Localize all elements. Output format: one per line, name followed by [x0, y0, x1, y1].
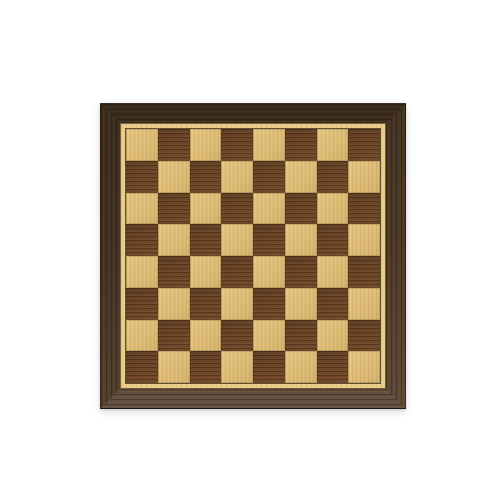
square-b7[interactable] [158, 161, 190, 193]
square-d3[interactable] [221, 288, 253, 320]
square-b6[interactable] [158, 193, 190, 225]
square-e3[interactable] [253, 288, 285, 320]
square-g3[interactable] [317, 288, 349, 320]
square-a2[interactable] [126, 320, 158, 352]
square-h5[interactable] [348, 224, 380, 256]
square-d2[interactable] [221, 320, 253, 352]
square-g2[interactable] [317, 320, 349, 352]
square-g4[interactable] [317, 256, 349, 288]
square-h2[interactable] [348, 320, 380, 352]
square-d5[interactable] [221, 224, 253, 256]
square-e4[interactable] [253, 256, 285, 288]
square-e5[interactable] [253, 224, 285, 256]
square-d4[interactable] [221, 256, 253, 288]
square-d8[interactable] [221, 129, 253, 161]
square-e6[interactable] [253, 193, 285, 225]
square-f8[interactable] [285, 129, 317, 161]
square-b8[interactable] [158, 129, 190, 161]
square-c2[interactable] [190, 320, 222, 352]
square-c8[interactable] [190, 129, 222, 161]
square-g8[interactable] [317, 129, 349, 161]
square-h3[interactable] [348, 288, 380, 320]
square-c7[interactable] [190, 161, 222, 193]
square-h6[interactable] [348, 193, 380, 225]
square-g6[interactable] [317, 193, 349, 225]
square-a1[interactable] [126, 351, 158, 383]
square-f7[interactable] [285, 161, 317, 193]
square-a4[interactable] [126, 256, 158, 288]
square-h8[interactable] [348, 129, 380, 161]
square-g5[interactable] [317, 224, 349, 256]
square-f3[interactable] [285, 288, 317, 320]
square-d1[interactable] [221, 351, 253, 383]
square-c6[interactable] [190, 193, 222, 225]
square-d6[interactable] [221, 193, 253, 225]
square-a8[interactable] [126, 129, 158, 161]
square-f6[interactable] [285, 193, 317, 225]
square-g7[interactable] [317, 161, 349, 193]
square-a3[interactable] [126, 288, 158, 320]
square-f1[interactable] [285, 351, 317, 383]
square-f4[interactable] [285, 256, 317, 288]
square-d7[interactable] [221, 161, 253, 193]
photo-background [0, 0, 500, 500]
square-e7[interactable] [253, 161, 285, 193]
square-c5[interactable] [190, 224, 222, 256]
square-c4[interactable] [190, 256, 222, 288]
square-g1[interactable] [317, 351, 349, 383]
board-squares [125, 128, 381, 384]
square-f5[interactable] [285, 224, 317, 256]
square-b5[interactable] [158, 224, 190, 256]
square-c1[interactable] [190, 351, 222, 383]
square-b2[interactable] [158, 320, 190, 352]
square-e8[interactable] [253, 129, 285, 161]
square-b1[interactable] [158, 351, 190, 383]
square-f2[interactable] [285, 320, 317, 352]
square-a6[interactable] [126, 193, 158, 225]
square-c3[interactable] [190, 288, 222, 320]
square-e1[interactable] [253, 351, 285, 383]
square-a7[interactable] [126, 161, 158, 193]
square-e2[interactable] [253, 320, 285, 352]
square-h4[interactable] [348, 256, 380, 288]
square-b3[interactable] [158, 288, 190, 320]
square-h1[interactable] [348, 351, 380, 383]
square-b4[interactable] [158, 256, 190, 288]
chess-board [100, 103, 406, 409]
square-h7[interactable] [348, 161, 380, 193]
square-a5[interactable] [126, 224, 158, 256]
